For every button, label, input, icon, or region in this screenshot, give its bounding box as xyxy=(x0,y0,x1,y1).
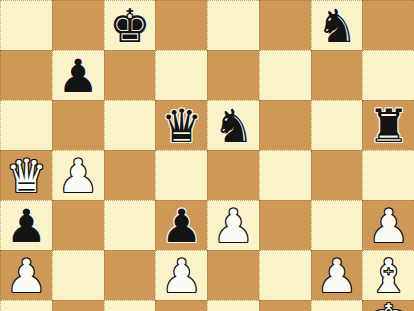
square-e6[interactable]: ♞ xyxy=(207,100,259,150)
square-c2[interactable] xyxy=(104,300,156,311)
square-c4[interactable] xyxy=(104,200,156,250)
square-f6[interactable] xyxy=(259,100,311,150)
square-f2[interactable] xyxy=(259,300,311,311)
square-g7[interactable] xyxy=(311,50,363,100)
square-h6[interactable]: ♜ xyxy=(362,100,414,150)
square-f7[interactable] xyxy=(259,50,311,100)
square-e4[interactable]: ♟ xyxy=(207,200,259,250)
square-e7[interactable] xyxy=(207,50,259,100)
square-h7[interactable] xyxy=(362,50,414,100)
square-b3[interactable] xyxy=(52,250,104,300)
piece-white-queen[interactable]: ♛ xyxy=(6,151,47,201)
chess-board-screenshot: ♚♞♟♛♞♜♛♟♟♟♟♟♟♟♟♝♚ xyxy=(0,0,414,311)
square-d7[interactable] xyxy=(155,50,207,100)
square-h8[interactable] xyxy=(362,0,414,50)
piece-white-pawn[interactable]: ♟ xyxy=(368,201,409,251)
square-e2[interactable] xyxy=(207,300,259,311)
square-h3[interactable]: ♝ xyxy=(362,250,414,300)
piece-black-pawn[interactable]: ♟ xyxy=(161,201,202,251)
piece-white-pawn[interactable]: ♟ xyxy=(6,251,47,301)
piece-black-knight[interactable]: ♞ xyxy=(213,101,254,151)
square-f3[interactable] xyxy=(259,250,311,300)
piece-black-pawn[interactable]: ♟ xyxy=(6,201,47,251)
square-d2[interactable] xyxy=(155,300,207,311)
square-c7[interactable] xyxy=(104,50,156,100)
square-g6[interactable] xyxy=(311,100,363,150)
square-a6[interactable] xyxy=(0,100,52,150)
square-b2[interactable] xyxy=(52,300,104,311)
square-h2[interactable]: ♚ xyxy=(362,300,414,311)
square-c3[interactable] xyxy=(104,250,156,300)
chess-board: ♚♞♟♛♞♜♛♟♟♟♟♟♟♟♟♝♚ xyxy=(0,0,414,311)
square-g2[interactable] xyxy=(311,300,363,311)
square-c8[interactable]: ♚ xyxy=(104,0,156,50)
square-h5[interactable] xyxy=(362,150,414,200)
piece-white-pawn[interactable]: ♟ xyxy=(58,151,99,201)
square-e3[interactable] xyxy=(207,250,259,300)
square-d6[interactable]: ♛ xyxy=(155,100,207,150)
square-b8[interactable] xyxy=(52,0,104,50)
square-f8[interactable] xyxy=(259,0,311,50)
square-b7[interactable]: ♟ xyxy=(52,50,104,100)
square-f5[interactable] xyxy=(259,150,311,200)
square-a3[interactable]: ♟ xyxy=(0,250,52,300)
piece-white-king[interactable]: ♚ xyxy=(368,296,409,311)
square-g5[interactable] xyxy=(311,150,363,200)
square-d4[interactable]: ♟ xyxy=(155,200,207,250)
piece-black-pawn[interactable]: ♟ xyxy=(58,51,99,101)
square-e8[interactable] xyxy=(207,0,259,50)
piece-white-pawn[interactable]: ♟ xyxy=(213,201,254,251)
square-g8[interactable]: ♞ xyxy=(311,0,363,50)
square-a5[interactable]: ♛ xyxy=(0,150,52,200)
piece-white-pawn[interactable]: ♟ xyxy=(316,251,357,301)
square-e5[interactable] xyxy=(207,150,259,200)
square-h4[interactable]: ♟ xyxy=(362,200,414,250)
square-d3[interactable]: ♟ xyxy=(155,250,207,300)
square-a4[interactable]: ♟ xyxy=(0,200,52,250)
piece-black-rook[interactable]: ♜ xyxy=(368,101,409,151)
square-c5[interactable] xyxy=(104,150,156,200)
piece-white-pawn[interactable]: ♟ xyxy=(161,251,202,301)
piece-black-queen[interactable]: ♛ xyxy=(161,101,202,151)
square-b5[interactable]: ♟ xyxy=(52,150,104,200)
square-g4[interactable] xyxy=(311,200,363,250)
piece-black-king[interactable]: ♚ xyxy=(109,1,150,51)
square-f4[interactable] xyxy=(259,200,311,250)
piece-black-knight[interactable]: ♞ xyxy=(316,1,357,51)
square-b6[interactable] xyxy=(52,100,104,150)
square-d5[interactable] xyxy=(155,150,207,200)
square-a8[interactable] xyxy=(0,0,52,50)
square-a7[interactable] xyxy=(0,50,52,100)
square-d8[interactable] xyxy=(155,0,207,50)
square-b4[interactable] xyxy=(52,200,104,250)
square-a2[interactable] xyxy=(0,300,52,311)
square-c6[interactable] xyxy=(104,100,156,150)
square-g3[interactable]: ♟ xyxy=(311,250,363,300)
